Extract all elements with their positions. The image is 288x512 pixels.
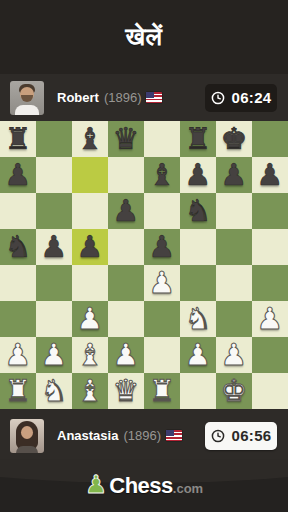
- clock-top: 06:24: [205, 84, 277, 112]
- logo-suffix-text: .com: [173, 481, 203, 496]
- black-bishop-e7[interactable]: ♝: [149, 157, 176, 193]
- black-queen-d8[interactable]: ♛: [113, 121, 140, 157]
- black-knight-a5[interactable]: ♞: [5, 229, 32, 265]
- square-g7[interactable]: ♟: [216, 157, 252, 193]
- square-e2[interactable]: [144, 337, 180, 373]
- square-e1[interactable]: ♜: [144, 373, 180, 409]
- square-d2[interactable]: ♟: [108, 337, 144, 373]
- avatar-bottom-player[interactable]: [10, 419, 44, 453]
- square-b6[interactable]: [36, 193, 72, 229]
- square-h3[interactable]: ♟: [252, 301, 288, 337]
- black-bishop-c8[interactable]: ♝: [77, 121, 104, 157]
- avatar-body: [15, 105, 39, 115]
- white-bishop-c2[interactable]: ♝: [77, 337, 104, 373]
- player-rating-top: (1896): [104, 90, 142, 105]
- square-e7[interactable]: ♝: [144, 157, 180, 193]
- black-pawn-a7[interactable]: ♟: [5, 157, 32, 193]
- square-b4[interactable]: [36, 265, 72, 301]
- square-b1[interactable]: ♞: [36, 373, 72, 409]
- white-pawn-a2[interactable]: ♟: [5, 337, 32, 373]
- square-e8[interactable]: [144, 121, 180, 157]
- square-a8[interactable]: ♜: [0, 121, 36, 157]
- white-knight-b1[interactable]: ♞: [41, 373, 68, 409]
- square-b5[interactable]: ♟: [36, 229, 72, 265]
- black-pawn-g7[interactable]: ♟: [221, 157, 248, 193]
- square-d6[interactable]: ♟: [108, 193, 144, 229]
- square-h5[interactable]: [252, 229, 288, 265]
- square-c7[interactable]: [72, 157, 108, 193]
- player-name-top: Robert: [57, 90, 99, 105]
- player-rating-bottom: (1896): [123, 428, 161, 443]
- black-pawn-f7[interactable]: ♟: [185, 157, 212, 193]
- white-pawn-g2[interactable]: ♟: [221, 337, 248, 373]
- square-c2[interactable]: ♝: [72, 337, 108, 373]
- page-title: खेलें: [126, 22, 163, 52]
- square-g1[interactable]: ♚: [216, 373, 252, 409]
- square-b7[interactable]: [36, 157, 72, 193]
- square-g5[interactable]: [216, 229, 252, 265]
- clock-bottom: 06:56: [205, 422, 277, 450]
- pawn-logo-icon: ♟: [85, 470, 107, 499]
- player-info-bottom: Anastasia (1896): [57, 428, 182, 443]
- square-c6[interactable]: [72, 193, 108, 229]
- square-a2[interactable]: ♟: [0, 337, 36, 373]
- white-pawn-f2[interactable]: ♟: [185, 337, 212, 373]
- square-d7[interactable]: [108, 157, 144, 193]
- white-queen-d1[interactable]: ♛: [113, 373, 140, 409]
- square-a3[interactable]: [0, 301, 36, 337]
- square-h6[interactable]: [252, 193, 288, 229]
- square-c3[interactable]: ♟: [72, 301, 108, 337]
- chesscom-logo[interactable]: ♟ Chess .com: [0, 459, 288, 512]
- app-screen: खेलें Robert (1896) 06:24 ♜♝♛♜♚♟♝♟♟♟♟♞♞♟…: [0, 0, 288, 512]
- chess-board: ♜♝♛♜♚♟♝♟♟♟♟♞♞♟♟♟♟♟♞♟♟♟♝♟♟♟♜♞♝♛♜♚: [0, 121, 288, 409]
- square-c5[interactable]: ♟: [72, 229, 108, 265]
- square-b2[interactable]: ♟: [36, 337, 72, 373]
- footer: ♟ Chess .com: [0, 459, 288, 512]
- player-bar-bottom: Anastasia (1896) 06:56: [0, 412, 288, 459]
- square-d1[interactable]: ♛: [108, 373, 144, 409]
- black-pawn-h7[interactable]: ♟: [257, 157, 284, 193]
- square-h7[interactable]: ♟: [252, 157, 288, 193]
- square-e6[interactable]: [144, 193, 180, 229]
- us-flag-icon: [166, 430, 182, 441]
- square-c4[interactable]: [72, 265, 108, 301]
- square-f2[interactable]: ♟: [180, 337, 216, 373]
- square-d5[interactable]: [108, 229, 144, 265]
- white-bishop-c1[interactable]: ♝: [77, 373, 104, 409]
- square-h4[interactable]: [252, 265, 288, 301]
- square-d4[interactable]: [108, 265, 144, 301]
- black-pawn-c5[interactable]: ♟: [77, 229, 104, 265]
- square-a1[interactable]: ♜: [0, 373, 36, 409]
- square-a4[interactable]: [0, 265, 36, 301]
- avatar-beard: [21, 95, 33, 102]
- black-knight-f6[interactable]: ♞: [185, 193, 212, 229]
- square-h2[interactable]: [252, 337, 288, 373]
- app-bar: खेलें: [0, 0, 288, 74]
- square-g3[interactable]: [216, 301, 252, 337]
- us-flag-icon: [146, 92, 162, 103]
- player-name-bottom: Anastasia: [57, 428, 118, 443]
- square-f8[interactable]: ♜: [180, 121, 216, 157]
- square-g6[interactable]: [216, 193, 252, 229]
- avatar-top-player[interactable]: [10, 81, 44, 115]
- square-e5[interactable]: ♟: [144, 229, 180, 265]
- white-pawn-d2[interactable]: ♟: [113, 337, 140, 373]
- square-f7[interactable]: ♟: [180, 157, 216, 193]
- black-rook-a8[interactable]: ♜: [5, 121, 32, 157]
- square-c1[interactable]: ♝: [72, 373, 108, 409]
- black-pawn-d6[interactable]: ♟: [113, 193, 140, 229]
- white-king-g1[interactable]: ♚: [221, 373, 248, 409]
- clock-time-bottom: 06:56: [232, 427, 272, 444]
- black-pawn-b5[interactable]: ♟: [41, 229, 68, 265]
- black-pawn-e5[interactable]: ♟: [149, 229, 176, 265]
- clock-icon: [211, 429, 225, 443]
- clock-icon: [211, 91, 225, 105]
- square-d3[interactable]: [108, 301, 144, 337]
- square-f3[interactable]: ♞: [180, 301, 216, 337]
- square-a7[interactable]: ♟: [0, 157, 36, 193]
- square-d8[interactable]: ♛: [108, 121, 144, 157]
- white-pawn-e4[interactable]: ♟: [149, 265, 176, 301]
- black-rook-f8[interactable]: ♜: [185, 121, 212, 157]
- white-rook-a1[interactable]: ♜: [5, 373, 32, 409]
- square-a6[interactable]: [0, 193, 36, 229]
- player-info-top: Robert (1896): [57, 90, 162, 105]
- white-rook-e1[interactable]: ♜: [149, 373, 176, 409]
- logo-brand-text: Chess: [109, 473, 173, 499]
- white-pawn-b2[interactable]: ♟: [41, 337, 68, 373]
- square-f6[interactable]: ♞: [180, 193, 216, 229]
- avatar-face: [21, 426, 33, 439]
- avatar-body: [16, 446, 38, 453]
- square-b8[interactable]: [36, 121, 72, 157]
- square-b3[interactable]: [36, 301, 72, 337]
- white-pawn-c3[interactable]: ♟: [77, 301, 104, 337]
- square-c8[interactable]: ♝: [72, 121, 108, 157]
- square-f4[interactable]: [180, 265, 216, 301]
- square-f1[interactable]: [180, 373, 216, 409]
- square-h1[interactable]: [252, 373, 288, 409]
- square-g2[interactable]: ♟: [216, 337, 252, 373]
- square-g8[interactable]: ♚: [216, 121, 252, 157]
- white-knight-f3[interactable]: ♞: [185, 301, 212, 337]
- square-h8[interactable]: [252, 121, 288, 157]
- white-pawn-h3[interactable]: ♟: [257, 301, 284, 337]
- black-king-g8[interactable]: ♚: [221, 121, 248, 157]
- player-bar-top: Robert (1896) 06:24: [0, 74, 288, 121]
- square-f5[interactable]: [180, 229, 216, 265]
- square-e4[interactable]: ♟: [144, 265, 180, 301]
- square-a5[interactable]: ♞: [0, 229, 36, 265]
- square-e3[interactable]: [144, 301, 180, 337]
- clock-time-top: 06:24: [232, 89, 272, 106]
- square-g4[interactable]: [216, 265, 252, 301]
